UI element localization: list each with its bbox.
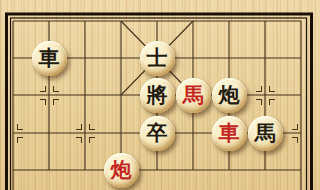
red-cannon-glyph: 炮 [111,160,132,181]
piece-red-chariot[interactable]: 車 [212,116,247,151]
piece-black-soldier[interactable]: 卒 [140,116,175,151]
piece-red-horse[interactable]: 馬 [176,78,211,113]
black-horse-glyph: 馬 [255,123,276,144]
xiangqi-board[interactable]: 車士將馬炮卒車馬炮 [0,0,320,190]
black-cannon-glyph: 炮 [219,85,240,106]
black-chariot-glyph: 車 [39,48,60,69]
piece-black-horse[interactable]: 馬 [248,116,283,151]
piece-black-general[interactable]: 將 [140,78,175,113]
black-advisor-glyph: 士 [147,48,168,69]
black-soldier-glyph: 卒 [147,123,168,144]
piece-black-advisor[interactable]: 士 [140,41,175,76]
piece-black-cannon[interactable]: 炮 [212,78,247,113]
piece-red-cannon[interactable]: 炮 [104,153,139,188]
red-chariot-glyph: 車 [219,123,240,144]
piece-black-chariot[interactable]: 車 [32,41,67,76]
black-general-glyph: 將 [147,85,168,106]
red-horse-glyph: 馬 [183,85,204,106]
